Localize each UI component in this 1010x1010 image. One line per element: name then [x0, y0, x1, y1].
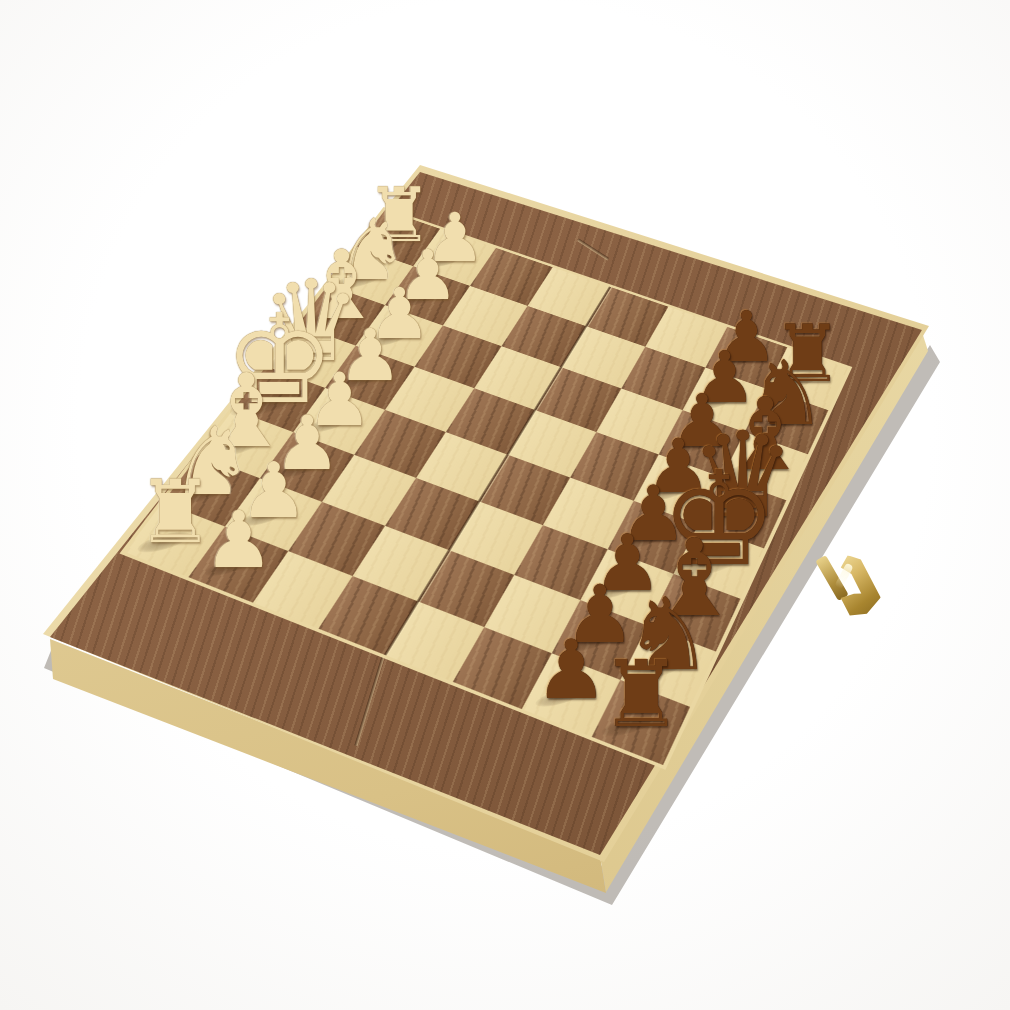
brass-clasp-icon [820, 549, 892, 625]
product-photo-stage: ♜♞♝♛♚♝♞♜♟♟♟♟♟♟♟♟♟♟♟♟♟♟♟♟♜♞♝♛♚♝♞♜ [0, 0, 1010, 1010]
